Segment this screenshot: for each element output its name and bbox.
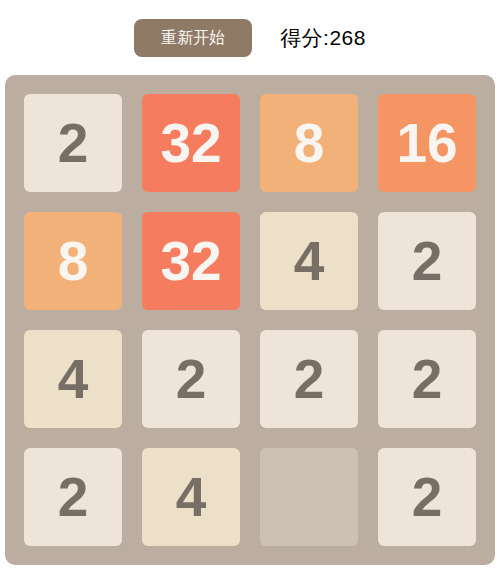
tile-32: 32	[142, 212, 240, 310]
game-page: 重新开始 得分:268 232816832424222242	[0, 0, 500, 575]
restart-button[interactable]: 重新开始	[134, 19, 252, 57]
tile-16: 16	[378, 94, 476, 192]
tile-8: 8	[260, 94, 358, 192]
tile-4: 4	[142, 448, 240, 546]
tile-2: 2	[378, 448, 476, 546]
empty-cell	[260, 448, 358, 546]
tile-2: 2	[378, 212, 476, 310]
tile-4: 4	[24, 330, 122, 428]
tile-8: 8	[24, 212, 122, 310]
header: 重新开始 得分:268	[0, 0, 500, 58]
tile-2: 2	[24, 448, 122, 546]
tile-2: 2	[378, 330, 476, 428]
tile-4: 4	[260, 212, 358, 310]
tile-2: 2	[260, 330, 358, 428]
tile-2: 2	[142, 330, 240, 428]
score-display: 得分:268	[280, 24, 366, 52]
game-board[interactable]: 232816832424222242	[5, 75, 495, 565]
tile-2: 2	[24, 94, 122, 192]
tile-32: 32	[142, 94, 240, 192]
